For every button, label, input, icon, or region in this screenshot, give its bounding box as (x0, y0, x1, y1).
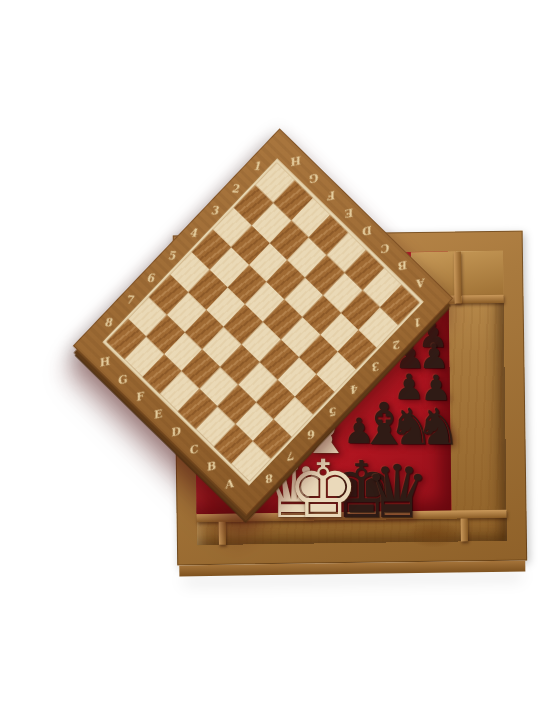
file-label: G (304, 166, 324, 190)
file-label: H (95, 349, 115, 373)
rank-label: 6 (301, 422, 321, 446)
rank-label: 7 (280, 444, 300, 468)
file-label: C (375, 236, 395, 260)
rank-label: 8 (259, 466, 279, 490)
rank-label: 3 (365, 355, 385, 379)
rank-label: 1 (407, 310, 427, 334)
wood-knot (407, 519, 461, 548)
file-label: F (322, 183, 342, 207)
divider-bar (454, 251, 462, 303)
chess-set-photo: ♟♟♟♟♟♟♝♞♞♚♛♝♛♚ 12345678HGFEDCBAHGFEDCBA1… (0, 0, 540, 720)
file-label: F (131, 384, 151, 408)
file-label: E (339, 201, 359, 225)
rank-label: 4 (344, 377, 364, 401)
file-label: A (411, 271, 431, 295)
file-label: B (202, 454, 222, 478)
divider-bar (219, 522, 226, 545)
file-label: B (393, 253, 413, 277)
file-label: D (357, 218, 377, 242)
file-label: G (113, 367, 133, 391)
file-label: E (149, 401, 169, 425)
rank-label: 2 (386, 332, 406, 356)
divider-bar (461, 518, 468, 541)
file-label: A (220, 471, 240, 495)
file-label: C (184, 436, 204, 460)
file-label: H (286, 148, 306, 172)
rank-label: 5 (322, 399, 342, 423)
file-label: D (167, 419, 187, 443)
